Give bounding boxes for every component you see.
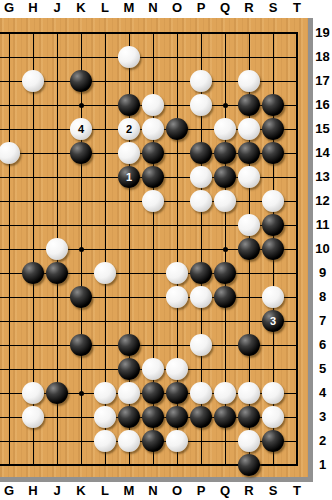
col-label-bottom-R: R: [241, 484, 257, 498]
row-label-right-7: 7: [313, 314, 332, 328]
star-point-Q10: [223, 247, 228, 252]
go-stone-black-K8[interactable]: [70, 286, 92, 308]
col-label-bottom-T: T: [289, 484, 305, 498]
go-stone-black-J9[interactable]: [46, 262, 68, 284]
go-stone-black-P14[interactable]: [190, 142, 212, 164]
row-label-right-13: 13: [313, 170, 332, 184]
col-label-bottom-N: N: [145, 484, 161, 498]
col-label-bottom-O: O: [169, 484, 185, 498]
go-stone-black-N4[interactable]: [142, 382, 164, 404]
row-label-right-11: 11: [313, 218, 332, 232]
go-stone-black-O15[interactable]: [166, 118, 188, 140]
go-stone-black-S16[interactable]: [262, 94, 284, 116]
go-stone-black-Q8[interactable]: [214, 286, 236, 308]
go-stone-white-L3[interactable]: [94, 406, 116, 428]
row-label-right-16: 16: [313, 98, 332, 112]
col-label-top-J: J: [49, 1, 65, 15]
go-stone-black-R6[interactable]: [238, 334, 260, 356]
go-stone-white-S4[interactable]: [262, 382, 284, 404]
go-stone-white-J10[interactable]: [46, 238, 68, 260]
col-label-top-G: G: [1, 1, 17, 15]
grid-horizontal-line-7: [0, 321, 298, 322]
go-stone-white-N16[interactable]: [142, 94, 164, 116]
go-stone-white-H4[interactable]: [22, 382, 44, 404]
col-label-bottom-Q: Q: [217, 484, 233, 498]
col-label-bottom-M: M: [121, 484, 137, 498]
row-label-right-17: 17: [313, 74, 332, 88]
go-stone-black-P3[interactable]: [190, 406, 212, 428]
go-stone-white-S8[interactable]: [262, 286, 284, 308]
go-stone-white-R2[interactable]: [238, 430, 260, 452]
go-stone-white-N15[interactable]: [142, 118, 164, 140]
go-stone-white-L2[interactable]: [94, 430, 116, 452]
go-stone-black-S2[interactable]: [262, 430, 284, 452]
go-stone-black-Q14[interactable]: [214, 142, 236, 164]
row-label-right-4: 4: [313, 386, 332, 400]
go-stone-black-R1[interactable]: [238, 454, 260, 476]
row-label-right-10: 10: [313, 242, 332, 256]
row-label-right-5: 5: [313, 362, 332, 376]
go-stone-white-H17[interactable]: [22, 70, 44, 92]
go-stone-white-R15[interactable]: [238, 118, 260, 140]
row-label-right-1: 1: [313, 458, 332, 472]
go-stone-black-N14[interactable]: [142, 142, 164, 164]
go-stone-white-N5[interactable]: [142, 358, 164, 380]
go-stone-black-S10[interactable]: [262, 238, 284, 260]
row-label-right-15: 15: [313, 122, 332, 136]
go-stone-black-S14[interactable]: [262, 142, 284, 164]
go-stone-black-K6[interactable]: [70, 334, 92, 356]
go-stone-white-Q12[interactable]: [214, 190, 236, 212]
row-label-right-14: 14: [313, 146, 332, 160]
row-label-right-12: 12: [313, 194, 332, 208]
col-label-top-N: N: [145, 1, 161, 15]
go-stone-black-Q3[interactable]: [214, 406, 236, 428]
grid-horizontal-line-9: [0, 273, 298, 274]
col-label-top-L: L: [97, 1, 113, 15]
go-stone-black-M6[interactable]: [118, 334, 140, 356]
go-stone-white-P13[interactable]: [190, 166, 212, 188]
go-stone-white-R4[interactable]: [238, 382, 260, 404]
go-stone-white-M18[interactable]: [118, 46, 140, 68]
go-stone-black-N3[interactable]: [142, 406, 164, 428]
go-stone-black-M16[interactable]: [118, 94, 140, 116]
row-label-right-6: 6: [313, 338, 332, 352]
star-point-K16: [79, 103, 84, 108]
col-label-bottom-G: G: [1, 484, 17, 498]
go-stone-black-R16[interactable]: [238, 94, 260, 116]
go-stone-white-M2[interactable]: [118, 430, 140, 452]
go-stone-black-K14[interactable]: [70, 142, 92, 164]
go-stone-white-R17[interactable]: [238, 70, 260, 92]
col-label-top-K: K: [73, 1, 89, 15]
star-point-K4: [79, 391, 84, 396]
go-stone-white-O5[interactable]: [166, 358, 188, 380]
col-label-bottom-J: J: [49, 484, 65, 498]
go-stone-white-S12[interactable]: [262, 190, 284, 212]
col-label-bottom-P: P: [193, 484, 209, 498]
go-stone-black-O3[interactable]: [166, 406, 188, 428]
go-stone-white-P16[interactable]: [190, 94, 212, 116]
row-label-right-2: 2: [313, 434, 332, 448]
go-stone-white-O8[interactable]: [166, 286, 188, 308]
go-stone-white-P8[interactable]: [190, 286, 212, 308]
col-label-bottom-H: H: [25, 484, 41, 498]
go-stone-black-S7-move-3[interactable]: 3: [262, 310, 284, 332]
go-stone-white-M4[interactable]: [118, 382, 140, 404]
go-stone-black-M3[interactable]: [118, 406, 140, 428]
go-stone-white-H3[interactable]: [22, 406, 44, 428]
go-stone-black-H9[interactable]: [22, 262, 44, 284]
go-diagram: 4213GGHHJJKKLLMMNNOOPPQQRRSSTT1918171615…: [0, 0, 332, 500]
go-stone-white-P17[interactable]: [190, 70, 212, 92]
col-label-top-Q: Q: [217, 1, 233, 15]
go-stone-black-Q9[interactable]: [214, 262, 236, 284]
go-stone-black-M5[interactable]: [118, 358, 140, 380]
col-label-top-S: S: [265, 1, 281, 15]
go-stone-black-M13-move-1[interactable]: 1: [118, 166, 140, 188]
star-point-Q16: [223, 103, 228, 108]
go-stone-white-P12[interactable]: [190, 190, 212, 212]
go-stone-white-M14[interactable]: [118, 142, 140, 164]
go-stone-white-M15-move-2[interactable]: 2: [118, 118, 140, 140]
grid-horizontal-line-19: [0, 32, 298, 34]
go-stone-black-R14[interactable]: [238, 142, 260, 164]
board-edge-shadow-bottom: [0, 477, 313, 482]
go-stone-black-N13[interactable]: [142, 166, 164, 188]
go-stone-white-O2[interactable]: [166, 430, 188, 452]
col-label-bottom-L: L: [97, 484, 113, 498]
go-stone-black-R10[interactable]: [238, 238, 260, 260]
row-label-right-3: 3: [313, 410, 332, 424]
go-stone-white-P6[interactable]: [190, 334, 212, 356]
go-stone-white-Q15[interactable]: [214, 118, 236, 140]
go-stone-white-P4[interactable]: [190, 382, 212, 404]
go-stone-black-N2[interactable]: [142, 430, 164, 452]
go-stone-white-L9[interactable]: [94, 262, 116, 284]
go-stone-white-L4[interactable]: [94, 382, 116, 404]
go-stone-black-P9[interactable]: [190, 262, 212, 284]
col-label-top-H: H: [25, 1, 41, 15]
go-stone-black-S11[interactable]: [262, 214, 284, 236]
go-stone-black-S15[interactable]: [262, 118, 284, 140]
go-stone-white-Q4[interactable]: [214, 382, 236, 404]
col-label-bottom-K: K: [73, 484, 89, 498]
row-label-right-19: 19: [313, 26, 332, 40]
go-stone-white-O9[interactable]: [166, 262, 188, 284]
go-stone-white-S3[interactable]: [262, 406, 284, 428]
go-stone-black-O4[interactable]: [166, 382, 188, 404]
col-label-top-T: T: [289, 1, 305, 15]
col-label-top-M: M: [121, 1, 137, 15]
col-label-top-O: O: [169, 1, 185, 15]
go-stone-white-R11[interactable]: [238, 214, 260, 236]
grid-horizontal-line-18: [0, 57, 298, 58]
go-stone-white-R13[interactable]: [238, 166, 260, 188]
go-stone-black-R3[interactable]: [238, 406, 260, 428]
go-stone-white-K15-move-4[interactable]: 4: [70, 118, 92, 140]
star-point-K10: [79, 247, 84, 252]
grid-horizontal-line-8: [0, 297, 298, 298]
go-stone-black-J4[interactable]: [46, 382, 68, 404]
row-label-right-8: 8: [313, 290, 332, 304]
col-label-top-P: P: [193, 1, 209, 15]
col-label-top-R: R: [241, 1, 257, 15]
go-stone-white-N12[interactable]: [142, 190, 164, 212]
row-label-right-9: 9: [313, 266, 332, 280]
col-label-bottom-S: S: [265, 484, 281, 498]
go-stone-black-K17[interactable]: [70, 70, 92, 92]
row-label-right-18: 18: [313, 50, 332, 64]
go-stone-black-Q13[interactable]: [214, 166, 236, 188]
